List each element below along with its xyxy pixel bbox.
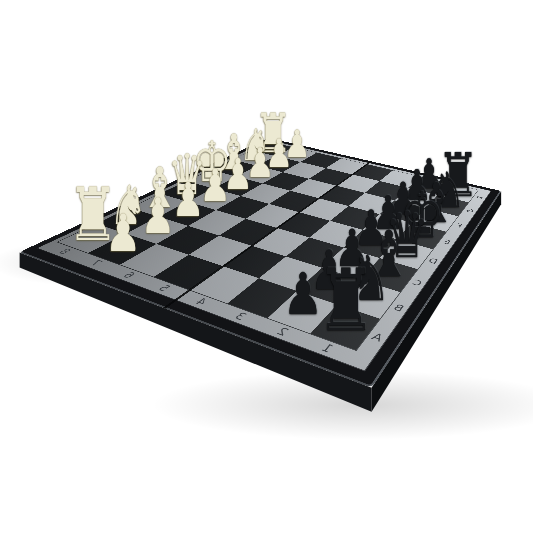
piece-white-pawn-a7[interactable]: ♟ [100, 208, 146, 260]
white-pawn-glyph: ♟ [105, 208, 141, 260]
chess-set-photo: 12345678ABCDEFGH ♜♞♝♛♚♝♞♜♟♟♟♟♟♟♟♟♟♟♟♟♟♟♟… [0, 0, 533, 533]
piece-black-rook-a1[interactable]: ♜ [307, 257, 384, 343]
black-rook-glyph: ♜ [316, 257, 376, 343]
